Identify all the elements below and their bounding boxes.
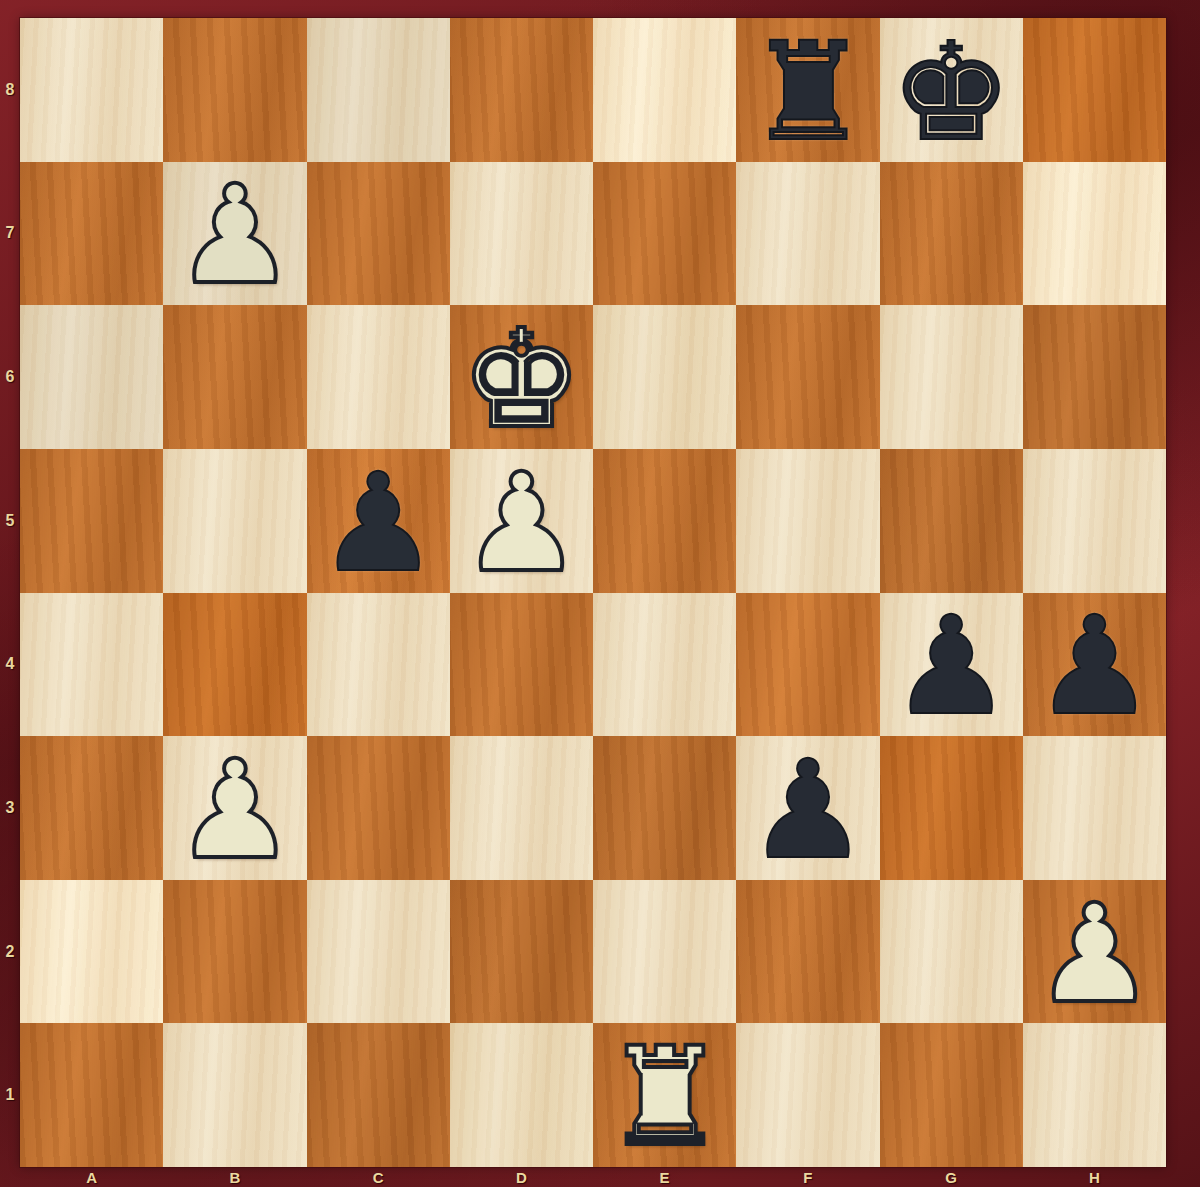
rank-label-4: 4: [0, 593, 20, 737]
square-d8[interactable]: [450, 18, 593, 162]
square-e2[interactable]: [593, 880, 736, 1024]
square-h8[interactable]: [1023, 18, 1166, 162]
white-pawn[interactable]: ♟: [1033, 886, 1155, 1022]
rank-label-8: 8: [0, 18, 20, 162]
square-e7[interactable]: [593, 162, 736, 306]
square-c3[interactable]: [307, 736, 450, 880]
square-g7[interactable]: [880, 162, 1023, 306]
square-c7[interactable]: [307, 162, 450, 306]
black-pawn[interactable]: ♟: [317, 455, 439, 591]
square-b2[interactable]: [163, 880, 306, 1024]
file-label-c: C: [307, 1167, 450, 1187]
square-f7[interactable]: [736, 162, 879, 306]
square-d4[interactable]: [450, 593, 593, 737]
square-b6[interactable]: [163, 305, 306, 449]
file-label-d: D: [450, 1167, 593, 1187]
square-f1[interactable]: [736, 1023, 879, 1167]
square-g6[interactable]: [880, 305, 1023, 449]
black-pawn[interactable]: ♟: [747, 742, 869, 878]
black-pawn[interactable]: ♟: [890, 598, 1012, 734]
square-a3[interactable]: [20, 736, 163, 880]
square-c2[interactable]: [307, 880, 450, 1024]
square-f5[interactable]: [736, 449, 879, 593]
rank-label-5: 5: [0, 449, 20, 593]
file-label-e: E: [593, 1167, 736, 1187]
square-a7[interactable]: [20, 162, 163, 306]
square-b1[interactable]: [163, 1023, 306, 1167]
rank-label-7: 7: [0, 162, 20, 306]
black-rook[interactable]: ♜: [747, 24, 869, 160]
file-labels: ABCDEFGH: [20, 1167, 1166, 1187]
square-g8[interactable]: ♚: [880, 18, 1023, 162]
square-c8[interactable]: [307, 18, 450, 162]
square-f2[interactable]: [736, 880, 879, 1024]
white-pawn[interactable]: ♟: [174, 742, 296, 878]
square-c6[interactable]: [307, 305, 450, 449]
square-g1[interactable]: [880, 1023, 1023, 1167]
square-a1[interactable]: [20, 1023, 163, 1167]
white-pawn[interactable]: ♟: [460, 455, 582, 591]
file-label-f: F: [736, 1167, 879, 1187]
square-c1[interactable]: [307, 1023, 450, 1167]
square-e6[interactable]: [593, 305, 736, 449]
square-h1[interactable]: [1023, 1023, 1166, 1167]
board-frame: 87654321 ♜♚♟♚♟♟♟♟♟♟♟♜ ABCDEFGH: [0, 0, 1200, 1187]
rank-label-2: 2: [0, 880, 20, 1024]
square-d1[interactable]: [450, 1023, 593, 1167]
square-a6[interactable]: [20, 305, 163, 449]
square-h7[interactable]: [1023, 162, 1166, 306]
file-label-h: H: [1023, 1167, 1166, 1187]
square-h4[interactable]: ♟: [1023, 593, 1166, 737]
square-h2[interactable]: ♟: [1023, 880, 1166, 1024]
square-d7[interactable]: [450, 162, 593, 306]
square-g2[interactable]: [880, 880, 1023, 1024]
rank-labels: 87654321: [0, 18, 20, 1167]
white-king[interactable]: ♚: [460, 311, 582, 447]
file-label-a: A: [20, 1167, 163, 1187]
black-king[interactable]: ♚: [890, 24, 1012, 160]
square-e4[interactable]: [593, 593, 736, 737]
rank-label-6: 6: [0, 305, 20, 449]
square-g3[interactable]: [880, 736, 1023, 880]
square-f8[interactable]: ♜: [736, 18, 879, 162]
rank-label-1: 1: [0, 1023, 20, 1167]
square-b3[interactable]: ♟: [163, 736, 306, 880]
square-b8[interactable]: [163, 18, 306, 162]
square-d2[interactable]: [450, 880, 593, 1024]
square-f3[interactable]: ♟: [736, 736, 879, 880]
square-a5[interactable]: [20, 449, 163, 593]
rank-label-3: 3: [0, 736, 20, 880]
square-a2[interactable]: [20, 880, 163, 1024]
white-rook[interactable]: ♜: [604, 1029, 726, 1165]
square-e8[interactable]: [593, 18, 736, 162]
square-b4[interactable]: [163, 593, 306, 737]
square-b7[interactable]: ♟: [163, 162, 306, 306]
square-a8[interactable]: [20, 18, 163, 162]
square-c4[interactable]: [307, 593, 450, 737]
square-f4[interactable]: [736, 593, 879, 737]
square-e5[interactable]: [593, 449, 736, 593]
square-h3[interactable]: [1023, 736, 1166, 880]
square-b5[interactable]: [163, 449, 306, 593]
black-pawn[interactable]: ♟: [1033, 598, 1155, 734]
square-d3[interactable]: [450, 736, 593, 880]
square-e3[interactable]: [593, 736, 736, 880]
square-h5[interactable]: [1023, 449, 1166, 593]
square-d5[interactable]: ♟: [450, 449, 593, 593]
file-label-b: B: [163, 1167, 306, 1187]
square-c5[interactable]: ♟: [307, 449, 450, 593]
square-e1[interactable]: ♜: [593, 1023, 736, 1167]
file-label-g: G: [880, 1167, 1023, 1187]
white-pawn[interactable]: ♟: [174, 167, 296, 303]
square-g4[interactable]: ♟: [880, 593, 1023, 737]
square-d6[interactable]: ♚: [450, 305, 593, 449]
square-g5[interactable]: [880, 449, 1023, 593]
square-a4[interactable]: [20, 593, 163, 737]
square-f6[interactable]: [736, 305, 879, 449]
chess-board: ♜♚♟♚♟♟♟♟♟♟♟♜: [20, 18, 1166, 1167]
square-h6[interactable]: [1023, 305, 1166, 449]
